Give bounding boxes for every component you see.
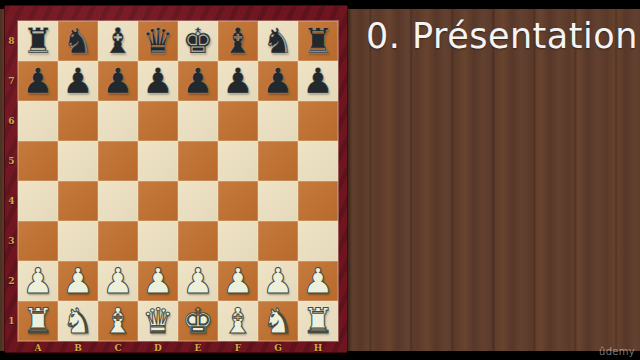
black-pawn: ♟: [218, 61, 258, 101]
square-a1[interactable]: ♜: [18, 301, 58, 341]
square-a6[interactable]: [18, 101, 58, 141]
square-g4[interactable]: [258, 181, 298, 221]
square-e5[interactable]: [178, 141, 218, 181]
square-f6[interactable]: [218, 101, 258, 141]
board-grid: ♜♞♝♛♚♝♞♜♟♟♟♟♟♟♟♟♟♟♟♟♟♟♟♟♜♞♝♛♚♝♞♜: [18, 21, 338, 341]
chess-board: 87654321 ♜♞♝♛♚♝♞♜♟♟♟♟♟♟♟♟♟♟♟♟♟♟♟♟♜♞♝♛♚♝♞…: [4, 5, 348, 353]
black-knight: ♞: [58, 21, 98, 61]
square-a4[interactable]: [18, 181, 58, 221]
square-g5[interactable]: [258, 141, 298, 181]
square-b1[interactable]: ♞: [58, 301, 98, 341]
square-h3[interactable]: [298, 221, 338, 261]
square-c3[interactable]: [98, 221, 138, 261]
black-pawn: ♟: [18, 61, 58, 101]
square-b3[interactable]: [58, 221, 98, 261]
square-a5[interactable]: [18, 141, 58, 181]
black-pawn: ♟: [138, 61, 178, 101]
square-f2[interactable]: ♟: [218, 261, 258, 301]
square-f7[interactable]: ♟: [218, 61, 258, 101]
square-b4[interactable]: [58, 181, 98, 221]
square-d3[interactable]: [138, 221, 178, 261]
square-h5[interactable]: [298, 141, 338, 181]
square-f3[interactable]: [218, 221, 258, 261]
rank-labels: 87654321: [5, 21, 18, 341]
square-c7[interactable]: ♟: [98, 61, 138, 101]
square-a8[interactable]: ♜: [18, 21, 58, 61]
square-c6[interactable]: [98, 101, 138, 141]
file-label-c: C: [98, 341, 138, 354]
square-h1[interactable]: ♜: [298, 301, 338, 341]
square-g2[interactable]: ♟: [258, 261, 298, 301]
square-g6[interactable]: [258, 101, 298, 141]
square-d8[interactable]: ♛: [138, 21, 178, 61]
square-e1[interactable]: ♚: [178, 301, 218, 341]
white-knight: ♞: [258, 301, 298, 341]
white-bishop: ♝: [218, 301, 258, 341]
square-h8[interactable]: ♜: [298, 21, 338, 61]
square-d2[interactable]: ♟: [138, 261, 178, 301]
square-d4[interactable]: [138, 181, 178, 221]
square-d6[interactable]: [138, 101, 178, 141]
file-labels: ABCDEFGH: [18, 341, 338, 354]
square-c5[interactable]: [98, 141, 138, 181]
square-h4[interactable]: [298, 181, 338, 221]
square-c4[interactable]: [98, 181, 138, 221]
square-e4[interactable]: [178, 181, 218, 221]
square-g7[interactable]: ♟: [258, 61, 298, 101]
square-g1[interactable]: ♞: [258, 301, 298, 341]
white-rook: ♜: [18, 301, 58, 341]
black-pawn: ♟: [58, 61, 98, 101]
rank-label-6: 6: [5, 101, 18, 141]
file-label-g: G: [258, 341, 298, 354]
rank-label-1: 1: [5, 301, 18, 341]
file-label-b: B: [58, 341, 98, 354]
rank-label-3: 3: [5, 221, 18, 261]
black-bishop: ♝: [98, 21, 138, 61]
rank-label-5: 5: [5, 141, 18, 181]
square-h7[interactable]: ♟: [298, 61, 338, 101]
black-king: ♚: [178, 21, 218, 61]
file-label-e: E: [178, 341, 218, 354]
udemy-watermark: ûdemy: [599, 346, 635, 357]
black-pawn: ♟: [178, 61, 218, 101]
white-queen: ♛: [138, 301, 178, 341]
square-d7[interactable]: ♟: [138, 61, 178, 101]
square-b5[interactable]: [58, 141, 98, 181]
file-label-d: D: [138, 341, 178, 354]
square-e2[interactable]: ♟: [178, 261, 218, 301]
square-b7[interactable]: ♟: [58, 61, 98, 101]
square-a7[interactable]: ♟: [18, 61, 58, 101]
white-pawn: ♟: [98, 261, 138, 301]
white-pawn: ♟: [258, 261, 298, 301]
rank-label-8: 8: [5, 21, 18, 61]
square-g3[interactable]: [258, 221, 298, 261]
square-c1[interactable]: ♝: [98, 301, 138, 341]
square-e3[interactable]: [178, 221, 218, 261]
square-c8[interactable]: ♝: [98, 21, 138, 61]
black-rook: ♜: [298, 21, 338, 61]
black-pawn: ♟: [98, 61, 138, 101]
rank-label-4: 4: [5, 181, 18, 221]
square-h6[interactable]: [298, 101, 338, 141]
square-e6[interactable]: [178, 101, 218, 141]
square-b2[interactable]: ♟: [58, 261, 98, 301]
white-king: ♚: [178, 301, 218, 341]
slide-title: 0. Présentation: [366, 16, 636, 56]
square-g8[interactable]: ♞: [258, 21, 298, 61]
square-b8[interactable]: ♞: [58, 21, 98, 61]
square-f8[interactable]: ♝: [218, 21, 258, 61]
white-knight: ♞: [58, 301, 98, 341]
square-e8[interactable]: ♚: [178, 21, 218, 61]
video-frame: 87654321 ♜♞♝♛♚♝♞♜♟♟♟♟♟♟♟♟♟♟♟♟♟♟♟♟♜♞♝♛♚♝♞…: [0, 0, 640, 360]
square-c2[interactable]: ♟: [98, 261, 138, 301]
square-f1[interactable]: ♝: [218, 301, 258, 341]
white-rook: ♜: [298, 301, 338, 341]
rank-label-2: 2: [5, 261, 18, 301]
square-d5[interactable]: [138, 141, 178, 181]
white-pawn: ♟: [178, 261, 218, 301]
white-bishop: ♝: [98, 301, 138, 341]
square-h2[interactable]: ♟: [298, 261, 338, 301]
square-b6[interactable]: [58, 101, 98, 141]
square-f4[interactable]: [218, 181, 258, 221]
black-pawn: ♟: [298, 61, 338, 101]
square-f5[interactable]: [218, 141, 258, 181]
black-knight: ♞: [258, 21, 298, 61]
black-rook: ♜: [18, 21, 58, 61]
black-queen: ♛: [138, 21, 178, 61]
rank-label-7: 7: [5, 61, 18, 101]
white-pawn: ♟: [298, 261, 338, 301]
black-bishop: ♝: [218, 21, 258, 61]
black-pawn: ♟: [258, 61, 298, 101]
white-pawn: ♟: [218, 261, 258, 301]
file-label-a: A: [18, 341, 58, 354]
square-e7[interactable]: ♟: [178, 61, 218, 101]
white-pawn: ♟: [18, 261, 58, 301]
file-label-f: F: [218, 341, 258, 354]
white-pawn: ♟: [58, 261, 98, 301]
square-d1[interactable]: ♛: [138, 301, 178, 341]
square-a3[interactable]: [18, 221, 58, 261]
square-a2[interactable]: ♟: [18, 261, 58, 301]
white-pawn: ♟: [138, 261, 178, 301]
file-label-h: H: [298, 341, 338, 354]
